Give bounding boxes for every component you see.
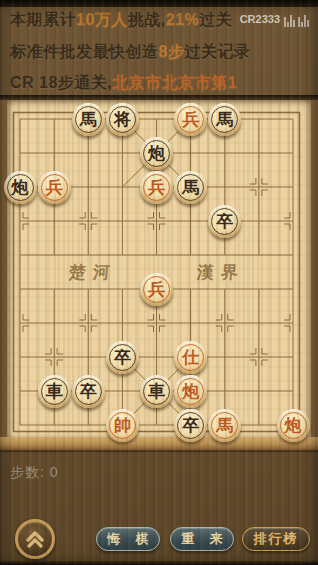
piece-black-卒[interactable]: 卒 — [106, 341, 139, 374]
piece-red-兵[interactable]: 兵 — [140, 171, 173, 204]
piece-black-馬[interactable]: 馬 — [208, 103, 241, 136]
pass-line: CR 18步通关,北京市北京市第1 — [10, 73, 237, 94]
challenge-stats-line: 本期累计10万人挑战,21%过关 — [10, 10, 232, 31]
move-counter-value: 0 — [50, 464, 59, 480]
piece-layer: 馬将兵馬炮炮兵兵馬卒兵卒仕車卒車炮帥卒馬炮 — [7, 100, 311, 437]
status-bar — [0, 0, 318, 7]
signal-bars-icon — [284, 12, 310, 27]
piece-black-馬[interactable]: 馬 — [72, 103, 105, 136]
session-badge: CR2333 — [240, 13, 280, 25]
piece-black-卒[interactable]: 卒 — [72, 375, 105, 408]
piece-red-炮[interactable]: 炮 — [174, 375, 207, 408]
stats-mid: 挑战, — [128, 11, 166, 28]
scroll-top-button[interactable] — [15, 519, 55, 559]
move-counter: 步数: 0 — [10, 464, 59, 482]
river-label-left: 楚河 — [68, 261, 118, 284]
stats-suffix: 过关 — [199, 11, 232, 28]
pass-rank: 北京市北京市第1 — [112, 74, 237, 91]
piece-red-仕[interactable]: 仕 — [174, 341, 207, 374]
record-prefix: 标准件批发最快创造 — [10, 43, 159, 60]
piece-red-馬[interactable]: 馬 — [208, 409, 241, 442]
stats-count: 10万人 — [76, 11, 128, 28]
leaderboard-button[interactable]: 排行榜 — [242, 527, 310, 551]
piece-black-馬[interactable]: 馬 — [174, 171, 207, 204]
record-suffix: 过关记录 — [184, 43, 250, 60]
xiangqi-app: 本期累计10万人挑战,21%过关 CR2333 标准件批发最快创造8步过关记录 … — [0, 0, 318, 565]
piece-red-帥[interactable]: 帥 — [106, 409, 139, 442]
river-label-right: 漢界 — [196, 261, 246, 284]
piece-black-卒[interactable]: 卒 — [174, 409, 207, 442]
piece-black-将[interactable]: 将 — [106, 103, 139, 136]
undo-button[interactable]: 悔 棋 — [96, 527, 160, 551]
board-frame-bottom-ledge — [0, 437, 318, 452]
xiangqi-board[interactable]: 楚河 漢界 馬将兵馬炮炮兵兵馬卒兵卒仕車卒車炮帥卒馬炮 — [7, 100, 311, 437]
piece-red-兵[interactable]: 兵 — [174, 103, 207, 136]
piece-black-卒[interactable]: 卒 — [208, 205, 241, 238]
board-frame: 楚河 漢界 馬将兵馬炮炮兵兵馬卒兵卒仕車卒車炮帥卒馬炮 — [0, 95, 318, 452]
move-counter-label: 步数: — [10, 464, 45, 480]
piece-black-炮[interactable]: 炮 — [4, 171, 37, 204]
record-steps: 8步 — [159, 43, 185, 60]
double-chevron-up-icon — [22, 526, 48, 552]
piece-black-炮[interactable]: 炮 — [140, 137, 173, 170]
piece-red-炮[interactable]: 炮 — [277, 409, 310, 442]
restart-button[interactable]: 重 来 — [170, 527, 234, 551]
piece-black-車[interactable]: 車 — [38, 375, 71, 408]
piece-black-車[interactable]: 車 — [140, 375, 173, 408]
bottom-edge — [0, 561, 318, 565]
stats-percent: 21% — [166, 11, 200, 28]
record-line: 标准件批发最快创造8步过关记录 — [10, 42, 250, 63]
piece-red-兵[interactable]: 兵 — [38, 171, 71, 204]
pass-prefix: CR 18步通关, — [10, 74, 112, 91]
piece-red-兵[interactable]: 兵 — [140, 273, 173, 306]
stats-text: 本期累计 — [10, 11, 76, 28]
